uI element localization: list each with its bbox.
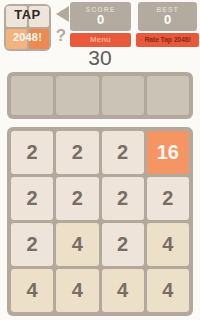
best-box: BEST 0 (138, 2, 197, 31)
logo-subtitle: 2048! (4, 31, 51, 43)
game-board[interactable]: 22216222224244444 (7, 127, 193, 316)
tile-4[interactable]: 4 (147, 269, 189, 312)
empty-cell (56, 76, 98, 115)
tile-2[interactable]: 2 (102, 131, 144, 174)
empty-cell (147, 76, 189, 115)
logo-title: TAP (4, 7, 51, 22)
empty-cell (11, 76, 53, 115)
tile-2[interactable]: 2 (102, 177, 144, 220)
rate-button[interactable]: Rate Tap 2048! (136, 33, 199, 47)
tile-4[interactable]: 4 (11, 269, 53, 312)
score-box: SCORE 0 (70, 2, 131, 31)
best-value: 0 (138, 13, 197, 27)
app-logo: TAP 2048! (4, 4, 51, 51)
tile-2[interactable]: 2 (56, 131, 98, 174)
empty-cell (102, 76, 144, 115)
menu-button[interactable]: Menu (70, 33, 131, 47)
score-value: 0 (70, 13, 131, 27)
tile-2[interactable]: 2 (11, 131, 53, 174)
speaker-icon[interactable] (56, 6, 69, 22)
tile-2[interactable]: 2 (147, 177, 189, 220)
tile-4[interactable]: 4 (56, 223, 98, 266)
tap-2048-app: { "game": "2048 (Tap 2048! mobile app)",… (0, 0, 200, 320)
tile-2[interactable]: 2 (56, 177, 98, 220)
tile-2[interactable]: 2 (11, 177, 53, 220)
tile-4[interactable]: 4 (56, 269, 98, 312)
tile-2[interactable]: 2 (11, 223, 53, 266)
tile-16[interactable]: 16 (147, 131, 189, 174)
next-tiles-row (7, 72, 193, 119)
tile-4[interactable]: 4 (147, 223, 189, 266)
tile-2[interactable]: 2 (102, 223, 144, 266)
tap-counter: 30 (0, 46, 200, 70)
help-icon[interactable]: ? (53, 26, 69, 46)
tile-4[interactable]: 4 (102, 269, 144, 312)
